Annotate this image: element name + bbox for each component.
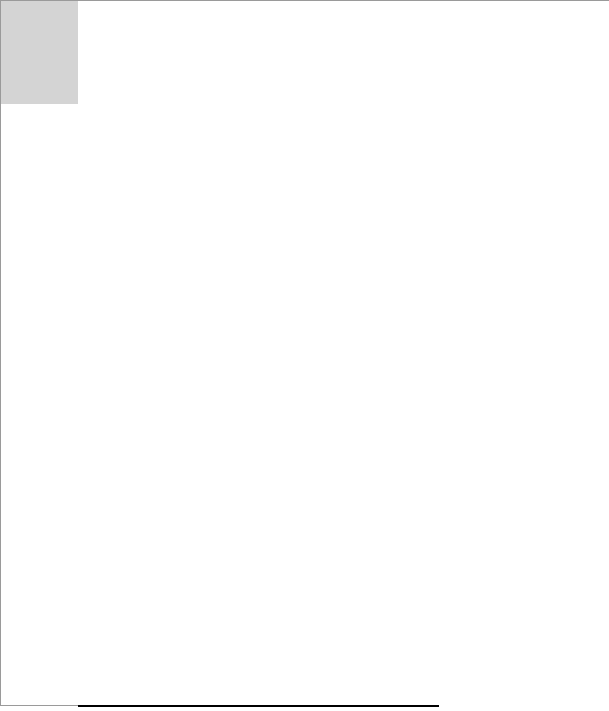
puzzle-grid xyxy=(78,104,609,707)
corner-block xyxy=(0,0,79,105)
nonogram-board xyxy=(0,0,609,711)
left-clues-area xyxy=(0,104,81,706)
top-clues-area xyxy=(78,0,609,107)
site-watermark xyxy=(439,695,609,711)
